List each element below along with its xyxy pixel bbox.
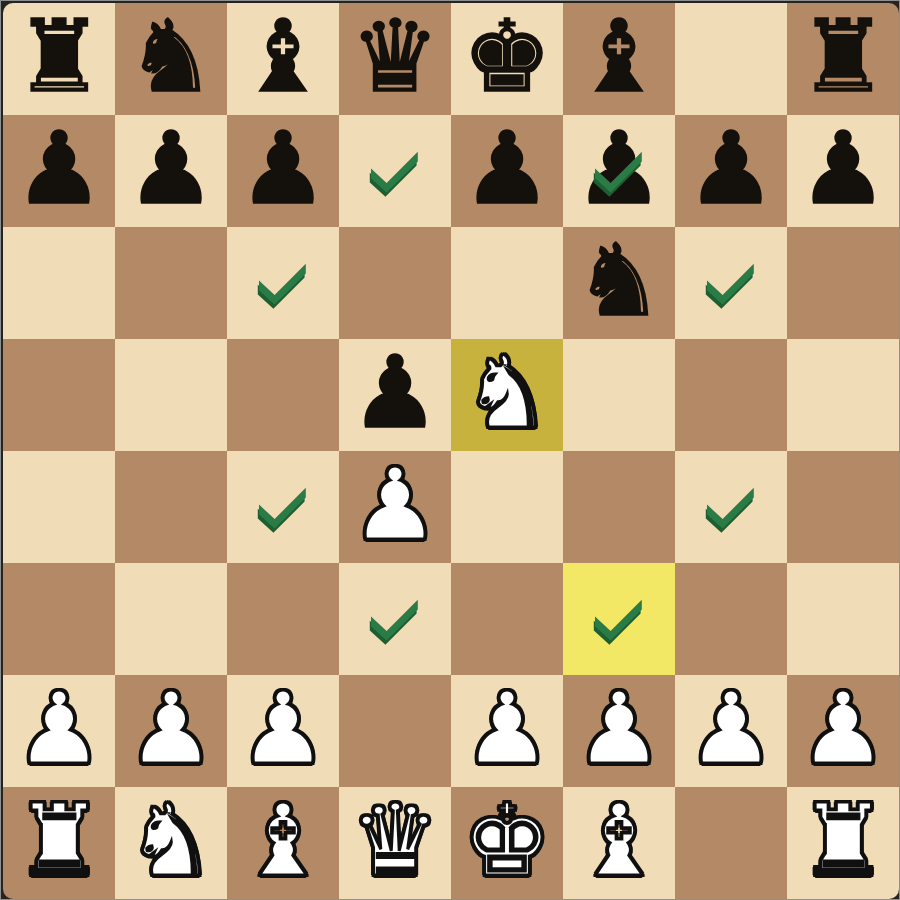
black-pawn-piece: ♟ <box>115 115 227 227</box>
legal-move-check-icon <box>675 227 787 339</box>
black-rook-piece: ♜ <box>787 3 899 115</box>
square-d5[interactable]: ♟ <box>339 339 451 451</box>
square-h7[interactable]: ♟ <box>787 115 899 227</box>
square-g5[interactable] <box>675 339 787 451</box>
black-knight-piece: ♞ <box>563 227 675 339</box>
square-c6[interactable] <box>227 227 339 339</box>
square-h6[interactable] <box>787 227 899 339</box>
white-knight-piece: ♞ <box>115 787 227 899</box>
black-pawn-piece: ♟ <box>227 115 339 227</box>
square-b2[interactable]: ♟ <box>115 675 227 787</box>
black-pawn-piece: ♟ <box>675 115 787 227</box>
square-g6[interactable] <box>675 227 787 339</box>
square-b5[interactable] <box>115 339 227 451</box>
square-b8[interactable]: ♞ <box>115 3 227 115</box>
black-knight-piece: ♞ <box>115 3 227 115</box>
app-background: ♜♞♝♛♚♝♜♟♟♟♟♟♟♟♞♟♞♟♟♟♟♟♟♟♟♜♞♝♛♚♝♜ <box>0 0 900 900</box>
white-knight-piece: ♞ <box>451 339 563 451</box>
square-d8[interactable]: ♛ <box>339 3 451 115</box>
square-a2[interactable]: ♟ <box>3 675 115 787</box>
square-e2[interactable]: ♟ <box>451 675 563 787</box>
white-bishop-piece: ♝ <box>563 787 675 899</box>
chess-board: ♜♞♝♛♚♝♜♟♟♟♟♟♟♟♞♟♞♟♟♟♟♟♟♟♟♜♞♝♛♚♝♜ <box>3 3 899 899</box>
square-d6[interactable] <box>339 227 451 339</box>
square-g1[interactable] <box>675 787 787 899</box>
square-b6[interactable] <box>115 227 227 339</box>
square-h3[interactable] <box>787 563 899 675</box>
square-e8[interactable]: ♚ <box>451 3 563 115</box>
square-a4[interactable] <box>3 451 115 563</box>
legal-move-check-icon <box>339 563 451 675</box>
square-d1[interactable]: ♛ <box>339 787 451 899</box>
square-e1[interactable]: ♚ <box>451 787 563 899</box>
legal-move-check-icon <box>675 451 787 563</box>
black-bishop-piece: ♝ <box>563 3 675 115</box>
legal-move-check-icon <box>339 115 451 227</box>
square-f1[interactable]: ♝ <box>563 787 675 899</box>
square-a5[interactable] <box>3 339 115 451</box>
square-b4[interactable] <box>115 451 227 563</box>
white-pawn-piece: ♟ <box>3 675 115 787</box>
square-h1[interactable]: ♜ <box>787 787 899 899</box>
square-e5[interactable]: ♞ <box>451 339 563 451</box>
square-e7[interactable]: ♟ <box>451 115 563 227</box>
square-c7[interactable]: ♟ <box>227 115 339 227</box>
square-d2[interactable] <box>339 675 451 787</box>
square-d3[interactable] <box>339 563 451 675</box>
square-a8[interactable]: ♜ <box>3 3 115 115</box>
square-h4[interactable] <box>787 451 899 563</box>
white-pawn-piece: ♟ <box>563 675 675 787</box>
square-f3[interactable] <box>563 563 675 675</box>
black-bishop-piece: ♝ <box>227 3 339 115</box>
square-b3[interactable] <box>115 563 227 675</box>
black-pawn-piece: ♟ <box>451 115 563 227</box>
square-a6[interactable] <box>3 227 115 339</box>
square-c3[interactable] <box>227 563 339 675</box>
square-b1[interactable]: ♞ <box>115 787 227 899</box>
square-f8[interactable]: ♝ <box>563 3 675 115</box>
square-e3[interactable] <box>451 563 563 675</box>
square-c4[interactable] <box>227 451 339 563</box>
square-g4[interactable] <box>675 451 787 563</box>
square-c2[interactable]: ♟ <box>227 675 339 787</box>
square-g7[interactable]: ♟ <box>675 115 787 227</box>
white-bishop-piece: ♝ <box>227 787 339 899</box>
square-a3[interactable] <box>3 563 115 675</box>
square-f2[interactable]: ♟ <box>563 675 675 787</box>
legal-move-check-icon <box>227 451 339 563</box>
black-pawn-piece: ♟ <box>563 115 675 227</box>
square-h8[interactable]: ♜ <box>787 3 899 115</box>
white-rook-piece: ♜ <box>787 787 899 899</box>
square-a1[interactable]: ♜ <box>3 787 115 899</box>
black-pawn-piece: ♟ <box>339 339 451 451</box>
square-e6[interactable] <box>451 227 563 339</box>
white-pawn-piece: ♟ <box>227 675 339 787</box>
square-a7[interactable]: ♟ <box>3 115 115 227</box>
white-queen-piece: ♛ <box>339 787 451 899</box>
square-g8[interactable] <box>675 3 787 115</box>
square-c5[interactable] <box>227 339 339 451</box>
square-h5[interactable] <box>787 339 899 451</box>
black-pawn-piece: ♟ <box>787 115 899 227</box>
square-d7[interactable] <box>339 115 451 227</box>
white-pawn-piece: ♟ <box>451 675 563 787</box>
square-h2[interactable]: ♟ <box>787 675 899 787</box>
square-f4[interactable] <box>563 451 675 563</box>
white-rook-piece: ♜ <box>3 787 115 899</box>
black-pawn-piece: ♟ <box>3 115 115 227</box>
square-g3[interactable] <box>675 563 787 675</box>
legal-move-check-icon <box>563 563 675 675</box>
square-f5[interactable] <box>563 339 675 451</box>
square-g2[interactable]: ♟ <box>675 675 787 787</box>
legal-move-check-icon <box>227 227 339 339</box>
square-c8[interactable]: ♝ <box>227 3 339 115</box>
square-e4[interactable] <box>451 451 563 563</box>
black-queen-piece: ♛ <box>339 3 451 115</box>
square-b7[interactable]: ♟ <box>115 115 227 227</box>
square-f7[interactable]: ♟ <box>563 115 675 227</box>
black-king-piece: ♚ <box>451 3 563 115</box>
square-d4[interactable]: ♟ <box>339 451 451 563</box>
square-c1[interactable]: ♝ <box>227 787 339 899</box>
white-pawn-piece: ♟ <box>115 675 227 787</box>
white-king-piece: ♚ <box>451 787 563 899</box>
black-rook-piece: ♜ <box>3 3 115 115</box>
white-pawn-piece: ♟ <box>339 451 451 563</box>
white-pawn-piece: ♟ <box>787 675 899 787</box>
white-pawn-piece: ♟ <box>675 675 787 787</box>
square-f6[interactable]: ♞ <box>563 227 675 339</box>
